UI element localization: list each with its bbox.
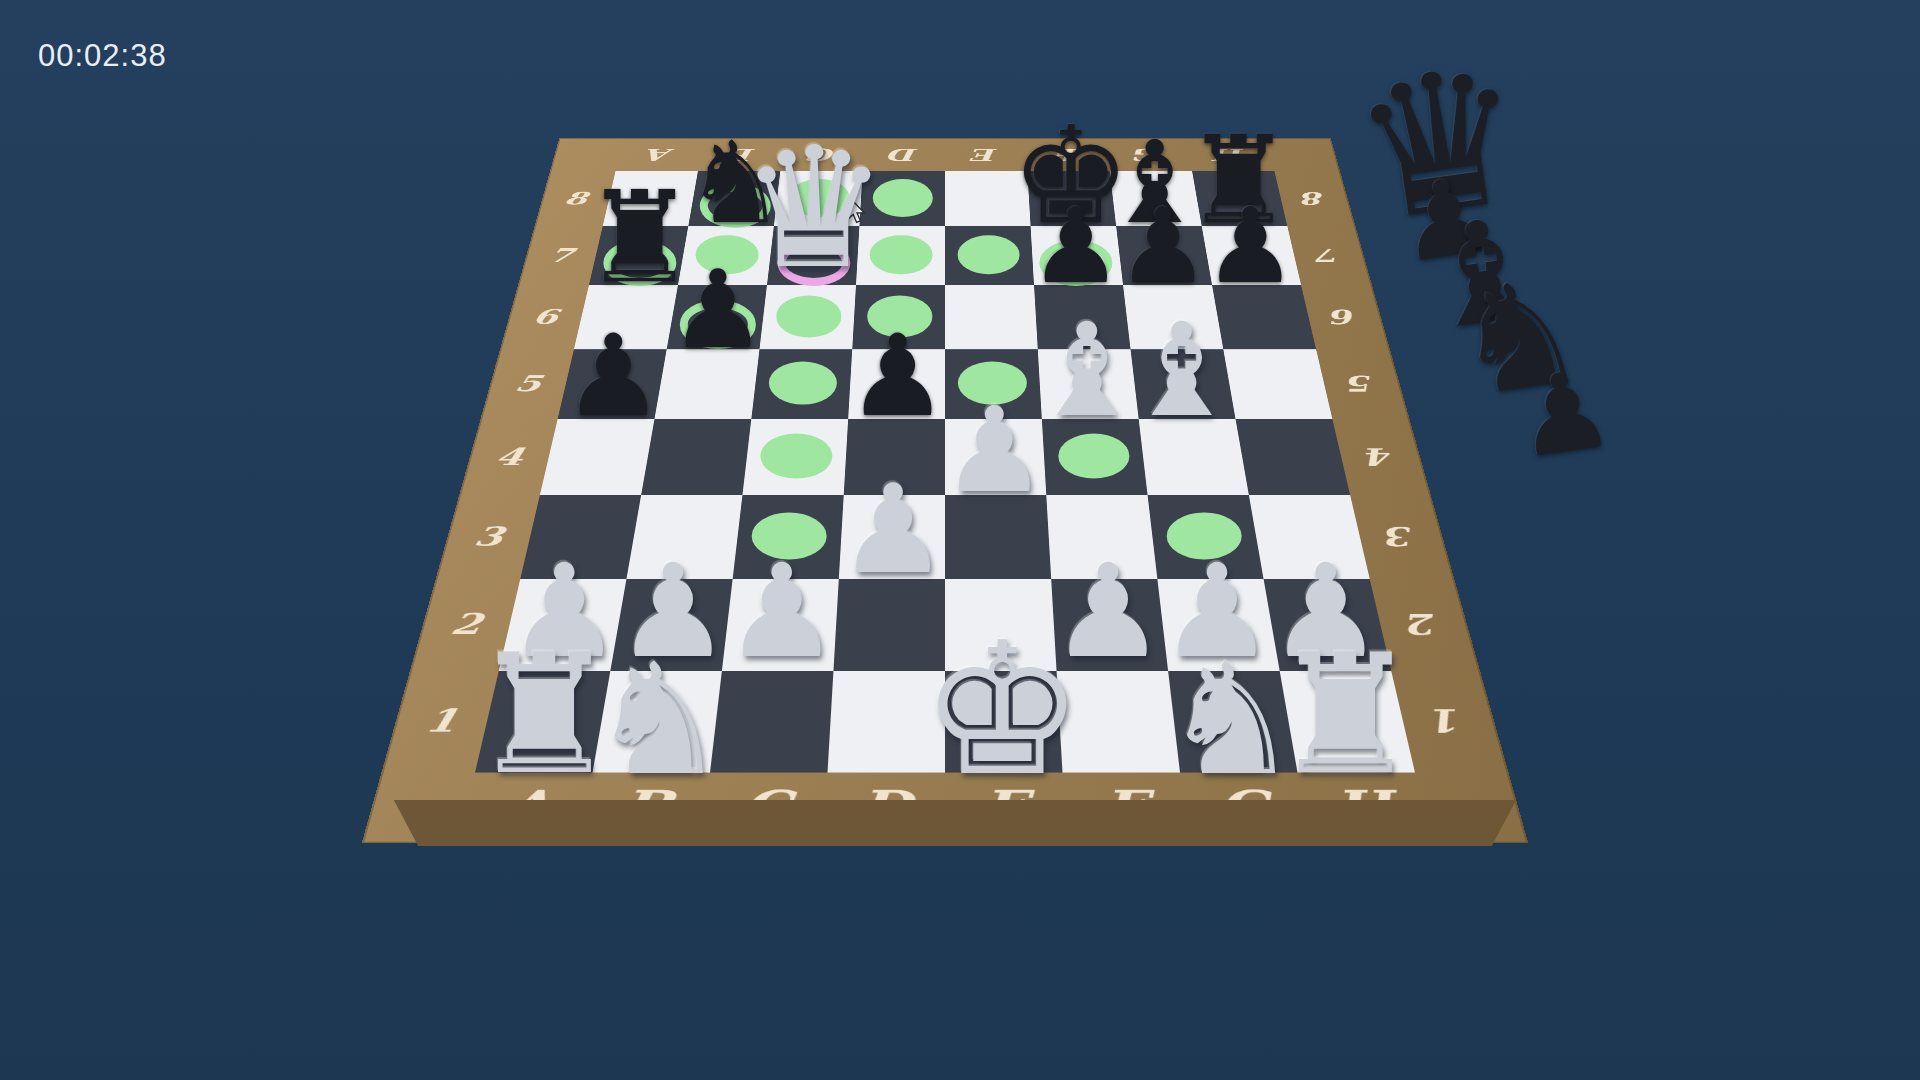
square-e6[interactable]	[945, 285, 1038, 349]
piece-white-knight-b1[interactable]: ♞	[590, 643, 728, 797]
captured-black-pawn: ♟	[1509, 354, 1620, 474]
piece-black-pawn-g7[interactable]: ♟	[1117, 194, 1210, 298]
piece-black-pawn-h7[interactable]: ♟	[1204, 194, 1297, 298]
legal-move-marker-e7[interactable]	[957, 235, 1020, 275]
legal-move-marker-f4[interactable]	[1058, 434, 1129, 479]
piece-black-pawn-f7[interactable]: ♟	[1029, 194, 1122, 298]
game-timer: 00:02:38	[38, 38, 167, 74]
file-label-top-e: E	[973, 145, 999, 165]
game-screen: 00:02:38 AABBCCDDEEFFGGHH112233445566778…	[0, 0, 1920, 1080]
square-h4[interactable]	[1236, 419, 1351, 495]
legal-move-marker-c5[interactable]	[769, 362, 837, 405]
piece-white-pawn-d3[interactable]: ♟	[838, 468, 948, 591]
piece-white-bishop-g5[interactable]: ♝	[1124, 306, 1240, 435]
piece-black-pawn-b6[interactable]: ♟	[669, 256, 766, 364]
file-label-top-d: D	[890, 145, 919, 165]
file-label-top-a: A	[645, 145, 675, 165]
piece-white-rook-h1[interactable]: ♜	[1272, 633, 1420, 798]
piece-white-king-e1[interactable]: ♚	[920, 618, 1084, 801]
piece-white-pawn-e4[interactable]: ♟	[942, 391, 1048, 509]
legal-move-marker-c4[interactable]	[761, 434, 832, 479]
piece-white-pawn-c2[interactable]: ♟	[724, 547, 840, 676]
rank-label-left-6: 6	[530, 305, 561, 328]
piece-black-pawn-d5[interactable]: ♟	[847, 320, 948, 433]
piece-black-pawn-a5[interactable]: ♟	[563, 320, 664, 433]
rank-label-left-7: 7	[547, 244, 576, 265]
